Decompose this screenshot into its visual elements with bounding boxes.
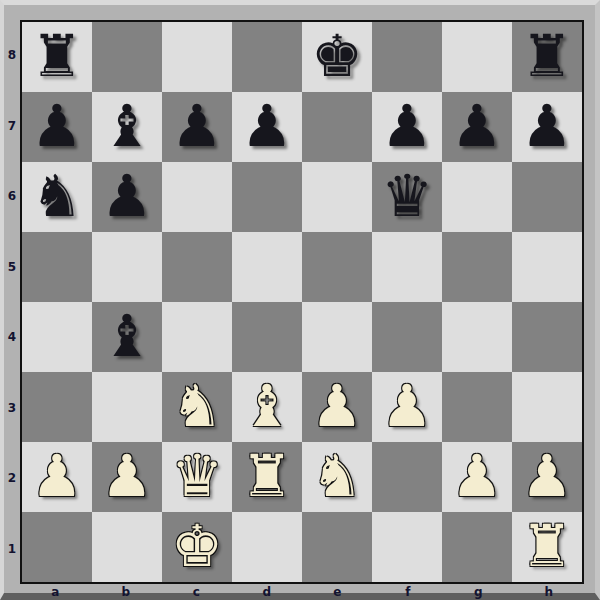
file-label-b: b <box>91 585 162 599</box>
piece-white-pawn[interactable]: ♟ <box>442 442 512 512</box>
square-b6[interactable]: ♟ <box>92 162 162 232</box>
piece-black-knight[interactable]: ♞ <box>22 162 92 232</box>
square-d8[interactable] <box>232 22 302 92</box>
square-g7[interactable]: ♟ <box>442 92 512 162</box>
square-h5[interactable] <box>512 232 582 302</box>
piece-white-queen[interactable]: ♛ <box>162 442 232 512</box>
square-g8[interactable] <box>442 22 512 92</box>
rank-label-6: 6 <box>4 161 20 232</box>
piece-black-rook[interactable]: ♜ <box>512 22 582 92</box>
file-label-e: e <box>302 585 373 599</box>
square-g5[interactable] <box>442 232 512 302</box>
square-e3[interactable]: ♟ <box>302 372 372 442</box>
piece-black-rook[interactable]: ♜ <box>22 22 92 92</box>
square-a8[interactable]: ♜ <box>22 22 92 92</box>
square-b2[interactable]: ♟ <box>92 442 162 512</box>
piece-black-pawn[interactable]: ♟ <box>92 162 162 232</box>
square-a1[interactable] <box>22 512 92 582</box>
square-h7[interactable]: ♟ <box>512 92 582 162</box>
square-h1[interactable]: ♜ <box>512 512 582 582</box>
piece-black-pawn[interactable]: ♟ <box>22 92 92 162</box>
piece-black-pawn[interactable]: ♟ <box>162 92 232 162</box>
square-a6[interactable]: ♞ <box>22 162 92 232</box>
board: ♜♚♜♟♝♟♟♟♟♟♞♟♛♝♞♝♟♟♟♟♛♜♞♟♟♚♜ <box>20 20 584 584</box>
square-a5[interactable] <box>22 232 92 302</box>
piece-white-rook[interactable]: ♜ <box>512 512 582 582</box>
rank-label-7: 7 <box>4 91 20 162</box>
piece-black-bishop[interactable]: ♝ <box>92 302 162 372</box>
square-d7[interactable]: ♟ <box>232 92 302 162</box>
square-f8[interactable] <box>372 22 442 92</box>
square-e5[interactable] <box>302 232 372 302</box>
file-label-h: h <box>514 585 585 599</box>
piece-white-pawn[interactable]: ♟ <box>92 442 162 512</box>
square-g6[interactable] <box>442 162 512 232</box>
square-d4[interactable] <box>232 302 302 372</box>
square-g2[interactable]: ♟ <box>442 442 512 512</box>
square-c6[interactable] <box>162 162 232 232</box>
square-c5[interactable] <box>162 232 232 302</box>
piece-white-pawn[interactable]: ♟ <box>372 372 442 442</box>
square-d6[interactable] <box>232 162 302 232</box>
piece-white-knight[interactable]: ♞ <box>162 372 232 442</box>
rank-label-1: 1 <box>4 514 20 585</box>
piece-black-pawn[interactable]: ♟ <box>232 92 302 162</box>
square-h4[interactable] <box>512 302 582 372</box>
square-a3[interactable] <box>22 372 92 442</box>
square-d1[interactable] <box>232 512 302 582</box>
file-label-g: g <box>443 585 514 599</box>
piece-white-rook[interactable]: ♜ <box>232 442 302 512</box>
file-label-a: a <box>20 585 91 599</box>
square-h3[interactable] <box>512 372 582 442</box>
piece-black-pawn[interactable]: ♟ <box>372 92 442 162</box>
piece-white-pawn[interactable]: ♟ <box>22 442 92 512</box>
piece-white-pawn[interactable]: ♟ <box>512 442 582 512</box>
square-b5[interactable] <box>92 232 162 302</box>
file-labels: abcdefgh <box>20 585 584 598</box>
square-b4[interactable]: ♝ <box>92 302 162 372</box>
board-frame: 87654321 ♜♚♜♟♝♟♟♟♟♟♞♟♛♝♞♝♟♟♟♟♛♜♞♟♟♚♜ abc… <box>0 0 600 600</box>
square-a2[interactable]: ♟ <box>22 442 92 512</box>
square-c4[interactable] <box>162 302 232 372</box>
piece-black-king[interactable]: ♚ <box>302 22 372 92</box>
piece-white-bishop[interactable]: ♝ <box>232 372 302 442</box>
square-a4[interactable] <box>22 302 92 372</box>
square-e7[interactable] <box>302 92 372 162</box>
square-h8[interactable]: ♜ <box>512 22 582 92</box>
square-f1[interactable] <box>372 512 442 582</box>
square-e4[interactable] <box>302 302 372 372</box>
square-d2[interactable]: ♜ <box>232 442 302 512</box>
rank-label-4: 4 <box>4 302 20 373</box>
square-g3[interactable] <box>442 372 512 442</box>
square-c2[interactable]: ♛ <box>162 442 232 512</box>
square-h6[interactable] <box>512 162 582 232</box>
square-b8[interactable] <box>92 22 162 92</box>
square-e1[interactable] <box>302 512 372 582</box>
square-c3[interactable]: ♞ <box>162 372 232 442</box>
square-f3[interactable]: ♟ <box>372 372 442 442</box>
square-e6[interactable] <box>302 162 372 232</box>
rank-label-3: 3 <box>4 373 20 444</box>
square-d5[interactable] <box>232 232 302 302</box>
rank-labels: 87654321 <box>4 20 20 584</box>
square-c7[interactable]: ♟ <box>162 92 232 162</box>
square-e8[interactable]: ♚ <box>302 22 372 92</box>
piece-black-pawn[interactable]: ♟ <box>512 92 582 162</box>
piece-white-knight[interactable]: ♞ <box>302 442 372 512</box>
file-label-c: c <box>161 585 232 599</box>
square-g4[interactable] <box>442 302 512 372</box>
file-label-d: d <box>232 585 303 599</box>
piece-black-bishop[interactable]: ♝ <box>92 92 162 162</box>
square-h2[interactable]: ♟ <box>512 442 582 512</box>
piece-white-pawn[interactable]: ♟ <box>302 372 372 442</box>
square-c1[interactable]: ♚ <box>162 512 232 582</box>
square-b3[interactable] <box>92 372 162 442</box>
square-f4[interactable] <box>372 302 442 372</box>
rank-label-2: 2 <box>4 443 20 514</box>
square-c8[interactable] <box>162 22 232 92</box>
piece-black-pawn[interactable]: ♟ <box>442 92 512 162</box>
piece-black-queen[interactable]: ♛ <box>372 162 442 232</box>
square-a7[interactable]: ♟ <box>22 92 92 162</box>
rank-label-5: 5 <box>4 232 20 303</box>
file-label-f: f <box>373 585 444 599</box>
square-b1[interactable] <box>92 512 162 582</box>
square-b7[interactable]: ♝ <box>92 92 162 162</box>
square-g1[interactable] <box>442 512 512 582</box>
square-e2[interactable]: ♞ <box>302 442 372 512</box>
rank-label-8: 8 <box>4 20 20 91</box>
square-d3[interactable]: ♝ <box>232 372 302 442</box>
square-f7[interactable]: ♟ <box>372 92 442 162</box>
square-f6[interactable]: ♛ <box>372 162 442 232</box>
square-f2[interactable] <box>372 442 442 512</box>
piece-white-king[interactable]: ♚ <box>162 512 232 582</box>
square-f5[interactable] <box>372 232 442 302</box>
